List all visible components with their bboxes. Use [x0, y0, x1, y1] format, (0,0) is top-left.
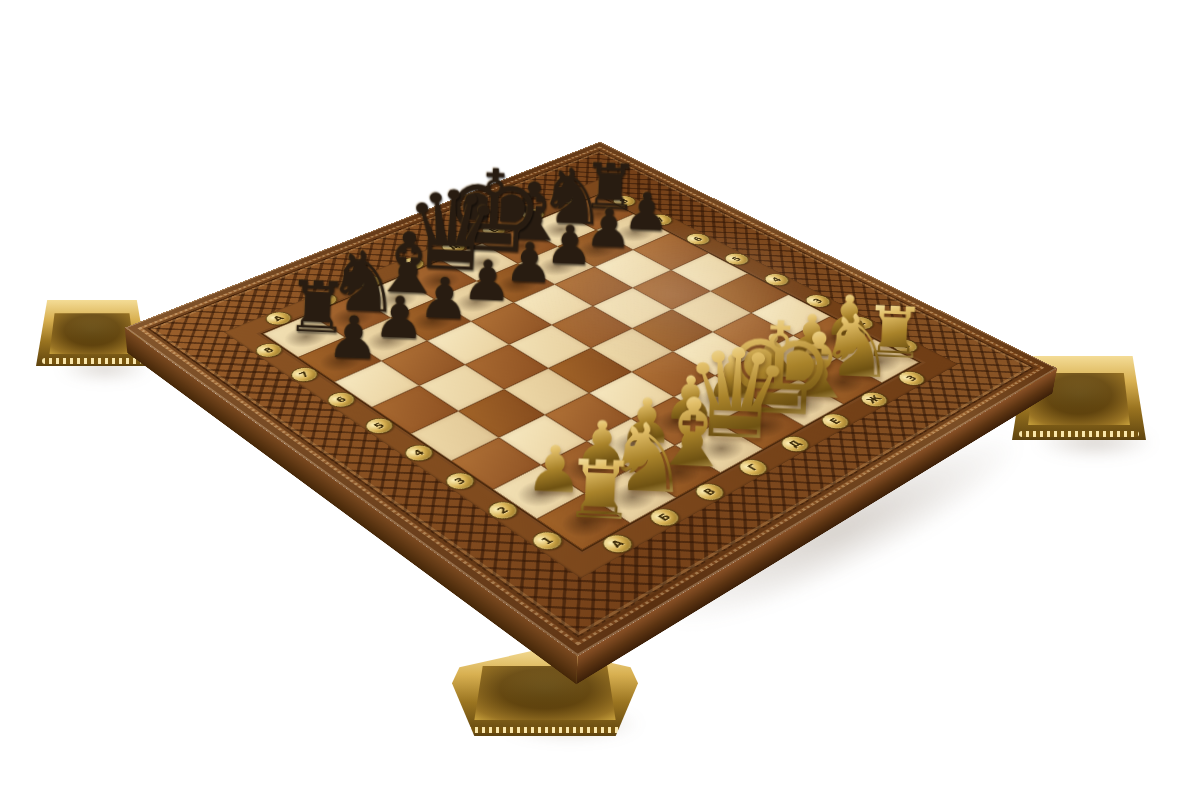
chess-board: ♜♞♝♛♚♝♞♜♟♟♟♟♟♟♟♟♟♟♟♟♟♟♟♟♜♞♝♛♚♝♞♜ 11АА22Б… — [125, 142, 1057, 656]
black-pawn-b7[interactable]: ♟ — [372, 288, 426, 348]
black-pawn-a7[interactable]: ♟ — [326, 308, 381, 369]
board-top: ♜♞♝♛♚♝♞♜♟♟♟♟♟♟♟♟♟♟♟♟♟♟♟♟♜♞♝♛♚♝♞♜ 11АА22Б… — [125, 142, 1057, 656]
white-rook-a1[interactable]: ♜ — [562, 449, 637, 532]
board-scene: ♜♞♝♛♚♝♞♜♟♟♟♟♟♟♟♟♟♟♟♟♟♟♟♟♜♞♝♛♚♝♞♜ 11АА22Б… — [247, 4, 935, 692]
photo-stage: ♜♞♝♛♚♝♞♜♟♟♟♟♟♟♟♟♟♟♟♟♟♟♟♟♜♞♝♛♚♝♞♜ 11АА22Б… — [0, 0, 1200, 800]
